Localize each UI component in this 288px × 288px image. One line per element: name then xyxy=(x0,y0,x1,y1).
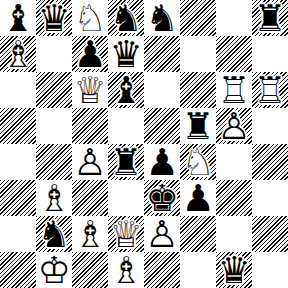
square-e3[interactable]: ♚♚ xyxy=(144,180,180,216)
square-c3[interactable] xyxy=(72,180,108,216)
black-queen-icon: ♛ xyxy=(37,0,70,37)
piece-white-queen[interactable]: ♛♕ xyxy=(72,72,108,108)
piece-white-pawn[interactable]: ♟♙ xyxy=(72,144,108,180)
piece-white-queen[interactable]: ♛♕ xyxy=(108,216,144,252)
square-a7[interactable]: ♝♗ xyxy=(0,36,36,72)
piece-white-rook[interactable]: ♜♖ xyxy=(216,72,252,108)
piece-black-pawn[interactable]: ♟♟ xyxy=(180,180,216,216)
square-c5[interactable] xyxy=(72,108,108,144)
square-f2[interactable] xyxy=(180,216,216,252)
square-h7[interactable] xyxy=(252,36,288,72)
square-e6[interactable] xyxy=(144,72,180,108)
square-h3[interactable] xyxy=(252,180,288,216)
square-h8[interactable]: ♜♜ xyxy=(252,0,288,36)
white-pawn-icon: ♙ xyxy=(217,108,250,145)
square-b4[interactable] xyxy=(36,144,72,180)
square-g3[interactable] xyxy=(216,180,252,216)
piece-black-queen[interactable]: ♛♛ xyxy=(216,252,252,288)
square-e2[interactable]: ♟♙ xyxy=(144,216,180,252)
square-h4[interactable] xyxy=(252,144,288,180)
square-c7[interactable]: ♟♟ xyxy=(72,36,108,72)
square-c8[interactable]: ♞♘ xyxy=(72,0,108,36)
square-b5[interactable] xyxy=(36,108,72,144)
square-d4[interactable]: ♜♜ xyxy=(108,144,144,180)
black-pawn-icon: ♟ xyxy=(73,36,106,73)
piece-black-bishop[interactable]: ♝♝ xyxy=(0,0,36,36)
square-f7[interactable] xyxy=(180,36,216,72)
piece-white-pawn[interactable]: ♟♙ xyxy=(216,108,252,144)
black-knight-icon: ♞ xyxy=(109,0,142,37)
black-knight-icon: ♞ xyxy=(145,0,178,37)
white-bishop-icon: ♗ xyxy=(73,216,106,253)
piece-black-rook[interactable]: ♜♜ xyxy=(252,0,288,36)
white-bishop-icon: ♗ xyxy=(1,36,34,73)
piece-black-bishop[interactable]: ♝♝ xyxy=(108,72,144,108)
square-g2[interactable] xyxy=(216,216,252,252)
piece-white-bishop[interactable]: ♝♗ xyxy=(36,180,72,216)
black-knight-icon: ♞ xyxy=(37,216,70,253)
black-queen-icon: ♛ xyxy=(217,252,250,288)
square-c2[interactable]: ♝♗ xyxy=(72,216,108,252)
square-d2[interactable]: ♛♕ xyxy=(108,216,144,252)
piece-black-rook[interactable]: ♜♜ xyxy=(108,144,144,180)
square-g4[interactable] xyxy=(216,144,252,180)
square-b8[interactable]: ♛♛ xyxy=(36,0,72,36)
white-king-icon: ♔ xyxy=(37,252,70,288)
piece-white-bishop[interactable]: ♝♗ xyxy=(0,36,36,72)
black-king-icon: ♚ xyxy=(145,180,178,217)
square-f5[interactable]: ♜♜ xyxy=(180,108,216,144)
square-a4[interactable] xyxy=(0,144,36,180)
piece-white-rook[interactable]: ♜♖ xyxy=(252,72,288,108)
square-f1[interactable] xyxy=(180,252,216,288)
square-d8[interactable]: ♞♞ xyxy=(108,0,144,36)
black-rook-icon: ♜ xyxy=(253,0,286,37)
piece-black-knight[interactable]: ♞♞ xyxy=(108,0,144,36)
square-b3[interactable]: ♝♗ xyxy=(36,180,72,216)
square-h1[interactable] xyxy=(252,252,288,288)
black-bishop-icon: ♝ xyxy=(109,72,142,109)
square-b2[interactable]: ♞♞ xyxy=(36,216,72,252)
piece-white-pawn[interactable]: ♟♙ xyxy=(144,216,180,252)
square-c4[interactable]: ♟♙ xyxy=(72,144,108,180)
piece-white-bishop[interactable]: ♝♗ xyxy=(72,216,108,252)
square-a3[interactable] xyxy=(0,180,36,216)
square-b1[interactable]: ♚♔ xyxy=(36,252,72,288)
square-g1[interactable]: ♛♛ xyxy=(216,252,252,288)
square-d1[interactable]: ♝♗ xyxy=(108,252,144,288)
square-b7[interactable] xyxy=(36,36,72,72)
black-bishop-icon: ♝ xyxy=(1,0,34,37)
piece-white-knight[interactable]: ♞♘ xyxy=(72,0,108,36)
square-f4[interactable]: ♞♘ xyxy=(180,144,216,180)
piece-white-bishop[interactable]: ♝♗ xyxy=(108,252,144,288)
white-knight-icon: ♘ xyxy=(73,0,106,37)
square-f8[interactable] xyxy=(180,0,216,36)
piece-black-knight[interactable]: ♞♞ xyxy=(36,216,72,252)
square-d6[interactable]: ♝♝ xyxy=(108,72,144,108)
chess-board: ♝♝♛♛♞♘♞♞♞♞♜♜♝♗♟♟♛♛♛♕♝♝♜♖♜♖♜♜♟♙♟♙♜♜♟♟♞♘♝♗… xyxy=(0,0,288,288)
white-pawn-icon: ♙ xyxy=(145,216,178,253)
square-a1[interactable] xyxy=(0,252,36,288)
square-e4[interactable]: ♟♟ xyxy=(144,144,180,180)
white-bishop-icon: ♗ xyxy=(109,252,142,288)
black-rook-icon: ♜ xyxy=(181,108,214,145)
white-queen-icon: ♕ xyxy=(109,216,142,253)
square-g8[interactable] xyxy=(216,0,252,36)
square-c1[interactable] xyxy=(72,252,108,288)
white-knight-icon: ♘ xyxy=(181,144,214,181)
square-h6[interactable]: ♜♖ xyxy=(252,72,288,108)
square-h5[interactable] xyxy=(252,108,288,144)
square-c6[interactable]: ♛♕ xyxy=(72,72,108,108)
square-a2[interactable] xyxy=(0,216,36,252)
square-h2[interactable] xyxy=(252,216,288,252)
square-f3[interactable]: ♟♟ xyxy=(180,180,216,216)
square-e8[interactable]: ♞♞ xyxy=(144,0,180,36)
square-g5[interactable]: ♟♙ xyxy=(216,108,252,144)
square-d5[interactable] xyxy=(108,108,144,144)
piece-black-queen[interactable]: ♛♛ xyxy=(36,0,72,36)
square-a6[interactable] xyxy=(0,72,36,108)
square-g7[interactable] xyxy=(216,36,252,72)
square-a5[interactable] xyxy=(0,108,36,144)
white-bishop-icon: ♗ xyxy=(37,180,70,217)
black-queen-icon: ♛ xyxy=(109,36,142,73)
piece-black-knight[interactable]: ♞♞ xyxy=(144,0,180,36)
piece-black-pawn[interactable]: ♟♟ xyxy=(144,144,180,180)
square-e5[interactable] xyxy=(144,108,180,144)
chess-diagram: ♝♝♛♛♞♘♞♞♞♞♜♜♝♗♟♟♛♛♛♕♝♝♜♖♜♖♜♜♟♙♟♙♜♜♟♟♞♘♝♗… xyxy=(0,0,288,288)
square-a8[interactable]: ♝♝ xyxy=(0,0,36,36)
black-pawn-icon: ♟ xyxy=(145,144,178,181)
square-f6[interactable] xyxy=(180,72,216,108)
white-rook-icon: ♖ xyxy=(217,72,250,109)
piece-black-pawn[interactable]: ♟♟ xyxy=(72,36,108,72)
square-e1[interactable] xyxy=(144,252,180,288)
piece-white-king[interactable]: ♚♔ xyxy=(36,252,72,288)
black-rook-icon: ♜ xyxy=(109,144,142,181)
square-b6[interactable] xyxy=(36,72,72,108)
piece-black-queen[interactable]: ♛♛ xyxy=(108,36,144,72)
white-pawn-icon: ♙ xyxy=(73,144,106,181)
piece-black-king[interactable]: ♚♚ xyxy=(144,180,180,216)
square-d3[interactable] xyxy=(108,180,144,216)
square-e7[interactable] xyxy=(144,36,180,72)
piece-white-knight[interactable]: ♞♘ xyxy=(180,144,216,180)
square-g6[interactable]: ♜♖ xyxy=(216,72,252,108)
white-rook-icon: ♖ xyxy=(253,72,286,109)
black-pawn-icon: ♟ xyxy=(181,180,214,217)
square-d7[interactable]: ♛♛ xyxy=(108,36,144,72)
white-queen-icon: ♕ xyxy=(73,72,106,109)
piece-black-rook[interactable]: ♜♜ xyxy=(180,108,216,144)
